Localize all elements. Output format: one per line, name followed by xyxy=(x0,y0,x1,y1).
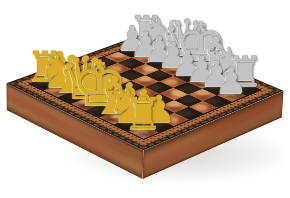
square-g2 xyxy=(129,112,159,125)
square-e1 xyxy=(85,104,115,117)
square-c2 xyxy=(73,86,102,98)
square-d1 xyxy=(71,98,100,111)
square-h4 xyxy=(174,107,204,120)
square-e3 xyxy=(116,93,145,105)
product-photo: ♜♞♝♛♚♝♞♜♟♟♟♟♟♟♟♟♟♟♟♟♟♟♟♟♜♞♝♛♚♝♞♜ xyxy=(0,0,290,198)
square-f4 xyxy=(145,93,174,106)
square-h7 xyxy=(217,89,246,101)
square-g3 xyxy=(144,106,174,119)
square-h3 xyxy=(159,113,189,126)
square-f2 xyxy=(115,105,145,118)
square-c1 xyxy=(57,91,86,103)
chess-box xyxy=(6,33,283,151)
square-h6 xyxy=(203,95,232,108)
square-e4 xyxy=(130,87,159,99)
square-g1 xyxy=(114,118,144,131)
square-h1 xyxy=(129,125,159,139)
square-f3 xyxy=(130,99,159,112)
square-g5 xyxy=(174,94,203,107)
square-e2 xyxy=(100,99,129,112)
square-b1 xyxy=(44,85,73,97)
square-h2 xyxy=(144,119,174,132)
square-g6 xyxy=(188,88,217,100)
square-h5 xyxy=(189,101,218,114)
square-d2 xyxy=(86,92,115,104)
board-3d-scene xyxy=(0,0,290,198)
square-g4 xyxy=(159,100,188,113)
square-f5 xyxy=(159,88,188,100)
square-d3 xyxy=(102,86,131,98)
square-f1 xyxy=(99,111,129,124)
